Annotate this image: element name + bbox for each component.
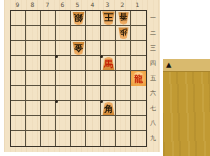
- board-square[interactable]: [41, 26, 56, 41]
- board-square[interactable]: [101, 41, 116, 56]
- rank-label: 八: [146, 115, 160, 130]
- board-square[interactable]: [56, 56, 71, 71]
- board-square[interactable]: [11, 131, 26, 146]
- board-square[interactable]: [41, 56, 56, 71]
- rank-label: 二: [146, 25, 160, 40]
- file-label: 4: [85, 0, 100, 10]
- file-label: 9: [10, 0, 25, 10]
- board-square[interactable]: [56, 86, 71, 101]
- board-square[interactable]: [86, 26, 101, 41]
- board-square[interactable]: [116, 41, 131, 56]
- rank-label: 七: [146, 100, 160, 115]
- board-square[interactable]: [26, 86, 41, 101]
- board-square[interactable]: [26, 131, 41, 146]
- board-square[interactable]: [11, 86, 26, 101]
- board-square[interactable]: [71, 71, 86, 86]
- board-square[interactable]: [131, 86, 146, 101]
- piece-kanji: 銀: [74, 12, 83, 22]
- board-square[interactable]: [116, 116, 131, 131]
- komadai-header: ▲: [163, 59, 210, 72]
- file-label: 3: [100, 0, 115, 10]
- piece-kanji: 金: [74, 42, 83, 52]
- board-square[interactable]: [11, 26, 26, 41]
- board-square[interactable]: [131, 131, 146, 146]
- file-label: 6: [55, 0, 70, 10]
- piece-5a-silver[interactable]: 銀: [71, 11, 86, 26]
- piece-kanji: 歩: [120, 28, 128, 37]
- board-square[interactable]: [86, 131, 101, 146]
- board-square[interactable]: [101, 86, 116, 101]
- sente-komadai-tray[interactable]: ▲: [163, 59, 210, 156]
- board-square[interactable]: [86, 56, 101, 71]
- board-square[interactable]: [101, 131, 116, 146]
- board-square[interactable]: [71, 26, 86, 41]
- board-square[interactable]: [131, 11, 146, 26]
- board-square[interactable]: [86, 11, 101, 26]
- board-square[interactable]: [11, 41, 26, 56]
- rank-label: 一: [146, 10, 160, 25]
- board-square[interactable]: [101, 71, 116, 86]
- board-square[interactable]: [71, 86, 86, 101]
- board-square[interactable]: [131, 26, 146, 41]
- rank-label: 九: [146, 130, 160, 145]
- board-square[interactable]: [116, 71, 131, 86]
- board-square[interactable]: [26, 116, 41, 131]
- board-square[interactable]: [26, 26, 41, 41]
- file-label: 2: [115, 0, 130, 10]
- board-square[interactable]: [11, 71, 26, 86]
- board-square[interactable]: [41, 41, 56, 56]
- board-square[interactable]: [41, 11, 56, 26]
- piece-1e-promoted-rook[interactable]: 龍: [131, 71, 146, 86]
- board-square[interactable]: [11, 101, 26, 116]
- rank-label: 五: [146, 70, 160, 85]
- board-square[interactable]: [116, 101, 131, 116]
- board-square[interactable]: [26, 71, 41, 86]
- board-square[interactable]: [86, 71, 101, 86]
- piece-kanji: 香: [120, 12, 128, 21]
- piece-kanji: 王: [104, 12, 114, 23]
- piece-kanji: 馬: [104, 60, 113, 70]
- piece-2a-lance[interactable]: 香: [116, 11, 131, 26]
- file-label: 8: [25, 0, 40, 10]
- piece-3a-king[interactable]: 王: [101, 11, 116, 26]
- board-square[interactable]: [116, 131, 131, 146]
- board-square[interactable]: [26, 101, 41, 116]
- board-square[interactable]: [86, 41, 101, 56]
- board-square[interactable]: [41, 86, 56, 101]
- board-square[interactable]: [71, 101, 86, 116]
- piece-5c-gold[interactable]: 金: [71, 41, 86, 56]
- board-square[interactable]: [41, 116, 56, 131]
- board-square[interactable]: [56, 131, 71, 146]
- piece-kanji: 龍: [134, 75, 143, 85]
- board-square[interactable]: [41, 101, 56, 116]
- star-point: [55, 100, 58, 103]
- board-square[interactable]: [71, 131, 86, 146]
- shogi-board-panel: 987654321 一二三四五六七八九 銀王香歩金馬龍角: [4, 0, 160, 152]
- board-square[interactable]: [41, 131, 56, 146]
- board-square[interactable]: [131, 116, 146, 131]
- board-square[interactable]: [56, 101, 71, 116]
- board-square[interactable]: [86, 101, 101, 116]
- piece-3d-promoted-bishop[interactable]: 馬: [101, 56, 116, 71]
- board-square[interactable]: [41, 71, 56, 86]
- board-square[interactable]: [101, 26, 116, 41]
- board-square[interactable]: [56, 41, 71, 56]
- board-square[interactable]: [71, 116, 86, 131]
- file-label: 5: [70, 0, 85, 10]
- rank-label: 三: [146, 40, 160, 55]
- board-square[interactable]: [131, 56, 146, 71]
- board-square[interactable]: [56, 116, 71, 131]
- file-label: 7: [40, 0, 55, 10]
- board-square[interactable]: [131, 101, 146, 116]
- rank-label: 六: [146, 85, 160, 100]
- piece-2b-pawn[interactable]: 歩: [116, 26, 131, 41]
- board-square[interactable]: [11, 56, 26, 71]
- board-square[interactable]: [56, 26, 71, 41]
- board-square[interactable]: [11, 11, 26, 26]
- board-square[interactable]: [56, 71, 71, 86]
- star-point: [55, 55, 58, 58]
- board-square[interactable]: [26, 41, 41, 56]
- board-square[interactable]: [86, 116, 101, 131]
- board-square[interactable]: [26, 56, 41, 71]
- board-square[interactable]: [11, 116, 26, 131]
- piece-kanji: 角: [104, 105, 113, 115]
- board-square[interactable]: [86, 86, 101, 101]
- sente-indicator: ▲: [163, 59, 171, 71]
- shogi-board-grid: 銀王香歩金馬龍角: [10, 10, 147, 147]
- file-coordinate-labels: 987654321: [10, 0, 145, 10]
- rank-label: 四: [146, 55, 160, 70]
- board-square[interactable]: [56, 11, 71, 26]
- piece-3g-bishop[interactable]: 角: [101, 101, 116, 116]
- board-square[interactable]: [116, 56, 131, 71]
- board-square[interactable]: [101, 116, 116, 131]
- file-label: 1: [130, 0, 145, 10]
- board-square[interactable]: [26, 11, 41, 26]
- board-square[interactable]: [71, 56, 86, 71]
- board-square[interactable]: [116, 86, 131, 101]
- rank-coordinate-labels: 一二三四五六七八九: [146, 10, 160, 145]
- board-square[interactable]: [131, 41, 146, 56]
